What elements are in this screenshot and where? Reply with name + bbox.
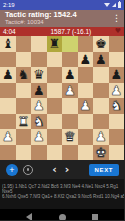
square-f5[interactable]: [78, 83, 94, 99]
white-pawn-c2: ♟: [31, 129, 47, 145]
square-g2[interactable]: ♟: [93, 129, 109, 145]
tactic-timer: 4:04: [3, 28, 27, 35]
analysis-lines: (1.95) 1.Nb1 Qc7 2.Nd2 Bc6 3.Nf3 Ne4 4.N…: [2, 184, 124, 199]
square-c3[interactable]: ♞: [31, 114, 47, 130]
square-h8[interactable]: [109, 36, 125, 52]
white-pawn-e5: ♟: [62, 83, 78, 99]
square-d7[interactable]: [47, 52, 63, 68]
square-f4[interactable]: ♟: [78, 98, 94, 114]
square-h4[interactable]: ♞: [109, 98, 125, 114]
square-e4[interactable]: [62, 98, 78, 114]
black-pawn-f7: ♟: [78, 52, 94, 68]
square-a6[interactable]: ♟: [0, 67, 16, 83]
square-c7[interactable]: [31, 52, 47, 68]
square-c6[interactable]: ♛: [31, 67, 47, 83]
square-e2[interactable]: ♛: [62, 129, 78, 145]
square-g3[interactable]: [93, 114, 109, 130]
white-knight-c3: ♞: [31, 114, 47, 130]
status-time: 2:19: [3, 0, 15, 10]
black-pawn-g7: ♟: [93, 52, 109, 68]
black-bishop-a8: ♝: [0, 36, 16, 52]
white-pawn-h5: ♟: [109, 83, 125, 99]
square-h3[interactable]: [109, 114, 125, 130]
app-bar: Tactic rating: 1542.4 Tactic#: 10034 ⋮: [0, 10, 124, 27]
tactic-rating-change: 1587.7 (-16.1): [27, 28, 115, 35]
square-g5[interactable]: [93, 83, 109, 99]
square-b5[interactable]: [16, 83, 32, 99]
app-screen: 2:19 Tactic rating: 1542.4 Tactic#: 1003…: [0, 0, 124, 220]
chess-board: ♝♜♚♟♟♟♞♛♟♟♟♟♟♟♟♞♜♞♟♟♛♟♚: [0, 36, 124, 160]
analysis-line-1: (1.95) 1.Nb1 Qc7 2.Nd2 Bc6 3.Nf3 Ne4 4.N…: [2, 184, 124, 194]
square-c2[interactable]: ♟: [31, 129, 47, 145]
square-g6[interactable]: [93, 67, 109, 83]
square-a3[interactable]: [0, 114, 16, 130]
square-e7[interactable]: [62, 52, 78, 68]
square-h7[interactable]: [109, 52, 125, 68]
black-queen-c6: ♛: [31, 67, 47, 83]
square-a8[interactable]: ♝: [0, 36, 16, 52]
square-d1[interactable]: [47, 145, 63, 161]
battery-icon: [118, 2, 121, 8]
square-c8[interactable]: [31, 36, 47, 52]
black-rook-d8: ♜: [47, 36, 63, 52]
square-b4[interactable]: [16, 98, 32, 114]
square-f6[interactable]: [78, 67, 94, 83]
square-a5[interactable]: [0, 83, 16, 99]
status-icons: [104, 2, 121, 8]
white-queen-e2: ♛: [62, 129, 78, 145]
signal-icon: [112, 3, 116, 7]
black-knight-b6: ♞: [16, 67, 32, 83]
white-king-g1: ♚: [93, 145, 109, 161]
square-b8[interactable]: [16, 36, 32, 52]
next-move-button[interactable]: ›: [61, 160, 74, 179]
info-bar: 4:04 1587.7 (-16.1) ♥: [0, 27, 124, 36]
tactic-number-subtitle: Tactic#: 10034: [5, 19, 124, 26]
white-pawn-g2: ♟: [93, 129, 109, 145]
square-f1[interactable]: [78, 145, 94, 161]
square-b1[interactable]: [16, 145, 32, 161]
record-dot: [27, 168, 30, 171]
square-h5[interactable]: ♟: [109, 83, 125, 99]
prev-move-button[interactable]: ‹: [48, 160, 61, 179]
analysis-panel: (1.95) 1.Nb1 Qc7 2.Nd2 Bc6 3.Nf3 Ne4 4.N…: [0, 179, 124, 209]
android-nav-bar: [0, 209, 124, 220]
square-g8[interactable]: ♚: [93, 36, 109, 52]
heart-icon[interactable]: ♥: [115, 27, 121, 36]
black-pawn-a6: ♟: [0, 67, 16, 83]
overflow-menu-icon[interactable]: ⋮: [112, 13, 121, 24]
square-f7[interactable]: ♟: [78, 52, 94, 68]
square-f3[interactable]: [78, 114, 94, 130]
square-c5[interactable]: ♟: [31, 83, 47, 99]
wifi-icon: [104, 3, 110, 7]
black-king-g8: ♚: [93, 36, 109, 52]
square-d3[interactable]: [47, 114, 63, 130]
square-g7[interactable]: ♟: [93, 52, 109, 68]
analysis-line-2: 6.Nxh6 Qxe5 7.Nf3 Qa1+ 8.Kf2 Qxa2 9.Nxc6…: [2, 194, 124, 199]
square-e3[interactable]: [62, 114, 78, 130]
square-f2[interactable]: [78, 129, 94, 145]
black-pawn-h6: ♟: [109, 67, 125, 83]
white-pawn-f4: ♟: [78, 98, 94, 114]
square-a4[interactable]: [0, 98, 16, 114]
white-knight-h4: ♞: [109, 98, 125, 114]
square-g4[interactable]: [93, 98, 109, 114]
square-c1[interactable]: [31, 145, 47, 161]
square-c4[interactable]: ♟: [31, 98, 47, 114]
bottom-toolbar: + ‹ › NEXT: [0, 160, 124, 179]
black-pawn-e6: ♟: [62, 67, 78, 83]
square-a2[interactable]: ♟: [0, 129, 16, 145]
square-h1[interactable]: [109, 145, 125, 161]
square-e6[interactable]: ♟: [62, 67, 78, 83]
square-e1[interactable]: [62, 145, 78, 161]
square-b6[interactable]: ♞: [16, 67, 32, 83]
square-d5[interactable]: [47, 83, 63, 99]
back-icon[interactable]: [26, 213, 32, 220]
square-d8[interactable]: ♜: [47, 36, 63, 52]
square-a1[interactable]: [0, 145, 16, 161]
square-g1[interactable]: ♚: [93, 145, 109, 161]
white-rook-b3: ♜: [16, 114, 32, 130]
recents-icon[interactable]: [92, 214, 98, 220]
square-e5[interactable]: ♟: [62, 83, 78, 99]
black-pawn-c5: ♟: [31, 83, 47, 99]
square-d4[interactable]: [47, 98, 63, 114]
square-h2[interactable]: [109, 129, 125, 145]
white-pawn-a2: ♟: [0, 129, 16, 145]
add-button[interactable]: +: [6, 164, 18, 176]
square-h6[interactable]: ♟: [109, 67, 125, 83]
square-e8[interactable]: [62, 36, 78, 52]
square-d2[interactable]: [47, 129, 63, 145]
white-pawn-c4: ♟: [31, 98, 47, 114]
square-d6[interactable]: [47, 67, 63, 83]
tactic-rating-title: Tactic rating: 1542.4: [5, 11, 124, 19]
square-b2[interactable]: [16, 129, 32, 145]
square-a7[interactable]: [0, 52, 16, 68]
status-bar: 2:19: [0, 0, 124, 10]
next-tactic-button[interactable]: NEXT: [89, 164, 119, 176]
square-b3[interactable]: ♜: [16, 114, 32, 130]
square-b7[interactable]: [16, 52, 32, 68]
record-icon[interactable]: [23, 165, 33, 175]
home-icon[interactable]: [59, 214, 66, 221]
square-f8[interactable]: [78, 36, 94, 52]
